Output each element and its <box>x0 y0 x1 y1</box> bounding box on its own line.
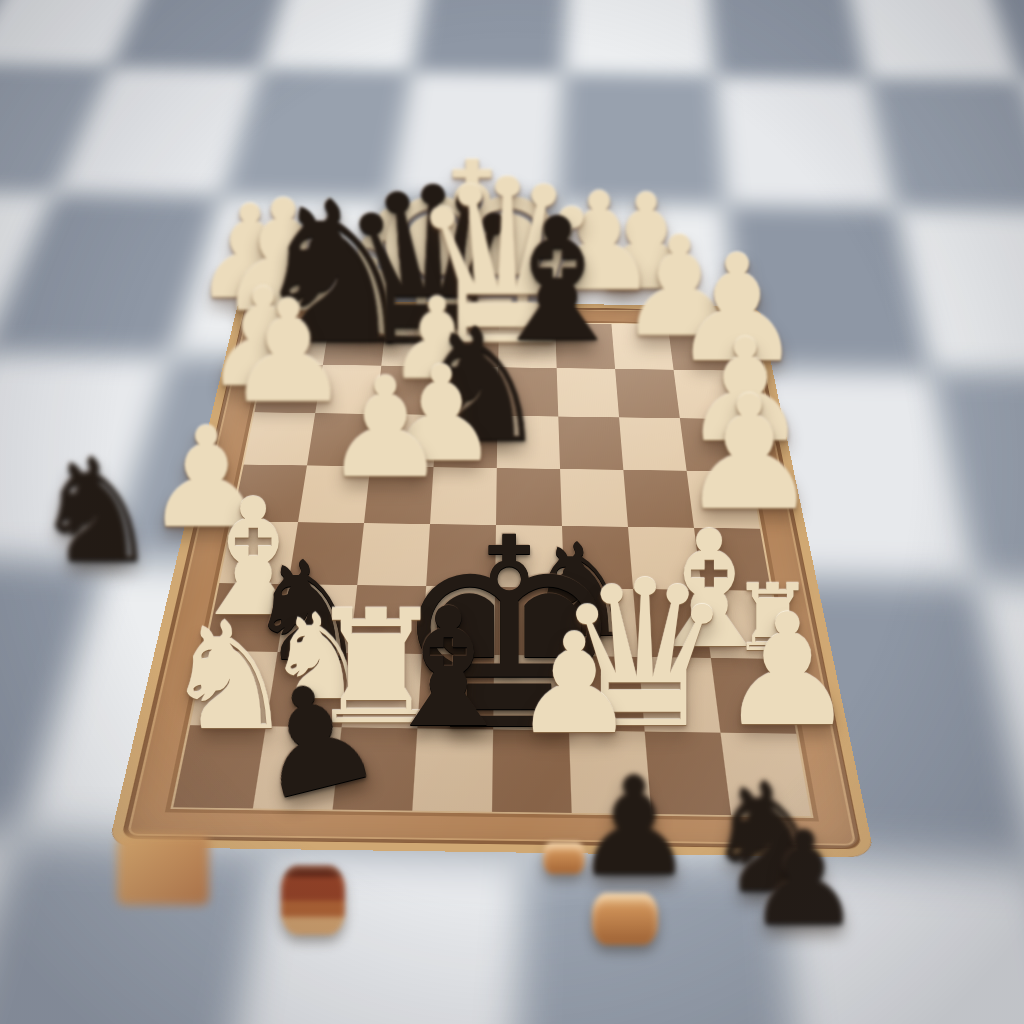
chess-photo-scene: ♞♝♛♚♛♝♟♟♟♞♟♟♟♟♟♟♟♟♟♟♟♝♞♞♝♜♞♞♜♝♚♟♛♟♞♟♟♞♟ <box>0 0 1024 1024</box>
wooden-block <box>117 835 209 905</box>
captured-black-pawn-floor-center-pawn: ♟ <box>573 759 694 894</box>
piece-white-pawn-c5: ♟ <box>323 359 447 497</box>
piece-white-pawn-h1: ♟ <box>718 594 857 749</box>
wooden-disc <box>592 893 658 945</box>
captured-black-knight-floor-left-knight: ♞ <box>32 440 160 583</box>
small-wooden-disc <box>543 842 585 874</box>
piece-white-pawn-f1: ♟ <box>512 615 636 753</box>
terracotta-pot <box>281 865 345 935</box>
pieces-layer: ♞♝♛♚♛♝♟♟♟♞♟♟♟♟♟♟♟♟♟♟♟♝♞♞♝♜♞♞♜♝♚♟♛♟♞♟♟♞♟ <box>0 0 1024 1024</box>
piece-black-bishop-d1: ♝ <box>375 586 522 750</box>
captured-black-pawn-floor-right-pawn: ♟ <box>746 814 861 943</box>
